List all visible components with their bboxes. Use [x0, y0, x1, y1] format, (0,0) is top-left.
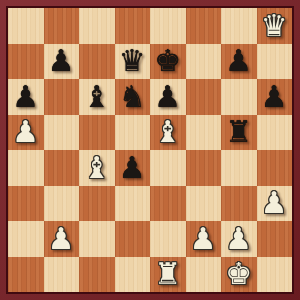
square-c2[interactable]: [79, 221, 115, 257]
square-b4[interactable]: [44, 150, 80, 186]
piece-white-pawn[interactable]: ♟: [261, 188, 288, 218]
square-a1[interactable]: [8, 257, 44, 293]
square-h3[interactable]: ♟: [257, 186, 293, 222]
square-h6[interactable]: ♟: [257, 79, 293, 115]
piece-black-pawn[interactable]: ♟: [154, 82, 181, 112]
square-a7[interactable]: [8, 44, 44, 80]
piece-white-queen[interactable]: ♛: [261, 11, 288, 41]
piece-white-bishop[interactable]: ♝: [154, 117, 181, 147]
square-d1[interactable]: [115, 257, 151, 293]
square-a6[interactable]: ♟: [8, 79, 44, 115]
square-a8[interactable]: [8, 8, 44, 44]
piece-white-pawn[interactable]: ♟: [225, 224, 252, 254]
square-g5[interactable]: ♜: [221, 115, 257, 151]
square-d5[interactable]: [115, 115, 151, 151]
piece-black-pawn[interactable]: ♟: [119, 153, 146, 183]
piece-white-rook[interactable]: ♜: [154, 259, 181, 289]
piece-white-pawn[interactable]: ♟: [190, 224, 217, 254]
square-f5[interactable]: [186, 115, 222, 151]
square-a3[interactable]: [8, 186, 44, 222]
square-h1[interactable]: [257, 257, 293, 293]
square-b5[interactable]: [44, 115, 80, 151]
square-h2[interactable]: [257, 221, 293, 257]
square-e7[interactable]: ♚: [150, 44, 186, 80]
square-c8[interactable]: [79, 8, 115, 44]
square-c4[interactable]: ♝: [79, 150, 115, 186]
square-h4[interactable]: [257, 150, 293, 186]
square-f1[interactable]: [186, 257, 222, 293]
piece-black-knight[interactable]: ♞: [119, 82, 146, 112]
piece-black-pawn[interactable]: ♟: [261, 82, 288, 112]
square-b6[interactable]: [44, 79, 80, 115]
square-f3[interactable]: [186, 186, 222, 222]
square-d7[interactable]: ♛: [115, 44, 151, 80]
square-d8[interactable]: [115, 8, 151, 44]
piece-white-pawn[interactable]: ♟: [12, 117, 39, 147]
square-e5[interactable]: ♝: [150, 115, 186, 151]
piece-white-king[interactable]: ♚: [225, 259, 252, 289]
square-e4[interactable]: [150, 150, 186, 186]
piece-black-rook[interactable]: ♜: [225, 117, 252, 147]
square-a2[interactable]: [8, 221, 44, 257]
square-g1[interactable]: ♚: [221, 257, 257, 293]
square-f7[interactable]: [186, 44, 222, 80]
square-d6[interactable]: ♞: [115, 79, 151, 115]
square-b1[interactable]: [44, 257, 80, 293]
square-g8[interactable]: [221, 8, 257, 44]
square-g4[interactable]: [221, 150, 257, 186]
piece-black-pawn[interactable]: ♟: [12, 82, 39, 112]
square-g7[interactable]: ♟: [221, 44, 257, 80]
square-e2[interactable]: [150, 221, 186, 257]
square-a5[interactable]: ♟: [8, 115, 44, 151]
square-b2[interactable]: ♟: [44, 221, 80, 257]
square-c5[interactable]: [79, 115, 115, 151]
piece-white-bishop[interactable]: ♝: [83, 153, 110, 183]
square-g2[interactable]: ♟: [221, 221, 257, 257]
square-c7[interactable]: [79, 44, 115, 80]
square-c1[interactable]: [79, 257, 115, 293]
square-d2[interactable]: [115, 221, 151, 257]
piece-white-pawn[interactable]: ♟: [48, 224, 75, 254]
square-g3[interactable]: [221, 186, 257, 222]
square-f6[interactable]: [186, 79, 222, 115]
square-e6[interactable]: ♟: [150, 79, 186, 115]
square-d3[interactable]: [115, 186, 151, 222]
board-frame: ♛♟♛♚♟♟♝♞♟♟♟♝♜♝♟♟♟♟♟♜♚: [0, 0, 300, 300]
square-b3[interactable]: [44, 186, 80, 222]
square-h5[interactable]: [257, 115, 293, 151]
square-c3[interactable]: [79, 186, 115, 222]
square-d4[interactable]: ♟: [115, 150, 151, 186]
piece-black-pawn[interactable]: ♟: [48, 46, 75, 76]
piece-black-queen[interactable]: ♛: [119, 46, 146, 76]
square-f2[interactable]: ♟: [186, 221, 222, 257]
piece-black-bishop[interactable]: ♝: [83, 82, 110, 112]
square-h8[interactable]: ♛: [257, 8, 293, 44]
square-a4[interactable]: [8, 150, 44, 186]
square-g6[interactable]: [221, 79, 257, 115]
square-b7[interactable]: ♟: [44, 44, 80, 80]
square-f8[interactable]: [186, 8, 222, 44]
square-e1[interactable]: ♜: [150, 257, 186, 293]
square-e3[interactable]: [150, 186, 186, 222]
square-b8[interactable]: [44, 8, 80, 44]
square-f4[interactable]: [186, 150, 222, 186]
square-e8[interactable]: [150, 8, 186, 44]
piece-black-king[interactable]: ♚: [154, 46, 181, 76]
chess-board: ♛♟♛♚♟♟♝♞♟♟♟♝♜♝♟♟♟♟♟♜♚: [6, 6, 294, 294]
square-c6[interactable]: ♝: [79, 79, 115, 115]
square-h7[interactable]: [257, 44, 293, 80]
piece-black-pawn[interactable]: ♟: [225, 46, 252, 76]
